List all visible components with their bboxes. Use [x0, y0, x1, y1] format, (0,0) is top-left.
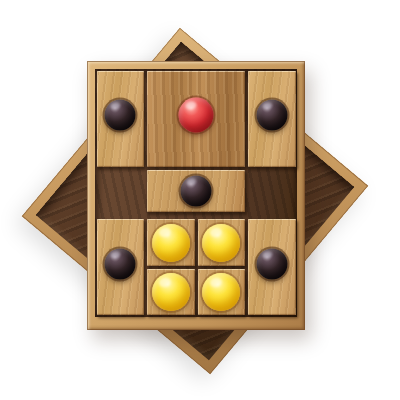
yellow-marble [152, 273, 190, 311]
black-marble [105, 248, 136, 279]
black-marble [181, 175, 212, 206]
block-A-1x2[interactable] [97, 71, 145, 167]
block-B-2x2[interactable] [147, 71, 245, 167]
yellow-marble [152, 224, 190, 262]
black-marble [256, 248, 287, 279]
product-photo-scene [0, 0, 400, 400]
block-I-1x1[interactable] [198, 269, 246, 316]
block-G-1x1[interactable] [198, 219, 246, 266]
yellow-marble [202, 273, 240, 311]
block-F-1x1[interactable] [147, 219, 195, 266]
block-C-1x2[interactable] [248, 71, 296, 167]
block-E-1x2[interactable] [97, 219, 145, 315]
black-marble [256, 99, 287, 130]
tray-interior [95, 69, 297, 317]
block-J-1x2[interactable] [248, 219, 296, 315]
black-marble [105, 99, 136, 130]
yellow-marble [202, 224, 240, 262]
block-D-2x1[interactable] [147, 170, 245, 212]
red-marble [179, 97, 214, 132]
board [95, 69, 297, 317]
puzzle-tray [87, 61, 305, 330]
block-H-1x1[interactable] [147, 269, 195, 316]
